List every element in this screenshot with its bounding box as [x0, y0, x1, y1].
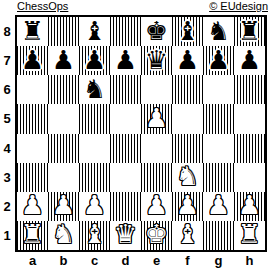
- white-pawn-f2: ♟: [176, 192, 199, 218]
- square-g1[interactable]: [203, 221, 234, 250]
- square-g6[interactable]: [203, 75, 234, 104]
- square-b1[interactable]: ♞: [48, 221, 79, 250]
- square-h1[interactable]: ♜: [234, 221, 265, 250]
- white-pawn-b2: ♟: [52, 192, 75, 218]
- square-f2[interactable]: ♟: [172, 192, 203, 221]
- rank-label-6: 6: [0, 75, 14, 104]
- square-c1[interactable]: ♝: [79, 221, 110, 250]
- square-d3[interactable]: [110, 163, 141, 192]
- square-a4[interactable]: [17, 134, 48, 163]
- square-d2[interactable]: [110, 192, 141, 221]
- rank-label-2: 2: [0, 192, 14, 221]
- square-b3[interactable]: [48, 163, 79, 192]
- file-label-c: c: [79, 252, 110, 269]
- white-bishop-c1: ♝: [83, 221, 106, 247]
- square-a3[interactable]: [17, 163, 48, 192]
- square-b6[interactable]: [48, 75, 79, 104]
- square-d5[interactable]: [110, 104, 141, 133]
- square-h7[interactable]: ♟: [234, 46, 265, 75]
- square-b5[interactable]: [48, 104, 79, 133]
- square-c3[interactable]: [79, 163, 110, 192]
- credit-label: © EUdesign: [209, 0, 268, 13]
- file-label-g: g: [203, 252, 234, 269]
- file-labels: abcdefgh: [17, 252, 265, 269]
- rank-label-3: 3: [0, 163, 14, 192]
- black-knight-c6: ♞: [83, 76, 106, 102]
- square-f7[interactable]: ♟: [172, 46, 203, 75]
- square-g5[interactable]: [203, 104, 234, 133]
- white-pawn-e5: ♟: [145, 105, 168, 131]
- white-knight-f3: ♞: [176, 163, 199, 189]
- square-g8[interactable]: ♞: [203, 17, 234, 46]
- square-e3[interactable]: [141, 163, 172, 192]
- chess-board: ♜♝♚♝♞♜♟♟♟♟♛♟♟♟♞♟♞♟♟♟♟♟♟♟♜♞♝♛♚♝♜: [15, 15, 267, 252]
- square-f5[interactable]: [172, 104, 203, 133]
- square-h3[interactable]: [234, 163, 265, 192]
- square-a1[interactable]: ♜: [17, 221, 48, 250]
- black-king-e8: ♚: [145, 18, 168, 44]
- square-a5[interactable]: [17, 104, 48, 133]
- black-pawn-c7: ♟: [83, 47, 106, 73]
- square-h6[interactable]: [234, 75, 265, 104]
- square-d8[interactable]: [110, 17, 141, 46]
- square-b7[interactable]: ♟: [48, 46, 79, 75]
- file-label-d: d: [110, 252, 141, 269]
- square-e4[interactable]: [141, 134, 172, 163]
- square-d6[interactable]: [110, 75, 141, 104]
- square-h4[interactable]: [234, 134, 265, 163]
- black-knight-g8: ♞: [207, 18, 230, 44]
- file-label-b: b: [48, 252, 79, 269]
- square-c5[interactable]: [79, 104, 110, 133]
- black-pawn-d7: ♟: [114, 47, 137, 73]
- white-pawn-c2: ♟: [83, 192, 106, 218]
- white-knight-b1: ♞: [52, 221, 75, 247]
- square-d1[interactable]: ♛: [110, 221, 141, 250]
- square-a8[interactable]: ♜: [17, 17, 48, 46]
- square-a6[interactable]: [17, 75, 48, 104]
- black-queen-e7: ♛: [145, 47, 168, 73]
- square-d4[interactable]: [110, 134, 141, 163]
- black-rook-h8: ♜: [238, 18, 261, 44]
- square-c6[interactable]: ♞: [79, 75, 110, 104]
- white-pawn-h2: ♟: [238, 192, 261, 218]
- black-pawn-g7: ♟: [207, 47, 230, 73]
- square-d7[interactable]: ♟: [110, 46, 141, 75]
- square-f1[interactable]: ♝: [172, 221, 203, 250]
- square-g3[interactable]: [203, 163, 234, 192]
- square-c4[interactable]: [79, 134, 110, 163]
- file-label-h: h: [234, 252, 265, 269]
- black-bishop-c8: ♝: [83, 18, 106, 44]
- square-a7[interactable]: ♟: [17, 46, 48, 75]
- black-bishop-f8: ♝: [176, 18, 199, 44]
- square-e6[interactable]: [141, 75, 172, 104]
- rank-label-7: 7: [0, 46, 14, 75]
- file-label-a: a: [17, 252, 48, 269]
- square-h8[interactable]: ♜: [234, 17, 265, 46]
- black-pawn-a7: ♟: [21, 47, 44, 73]
- square-f8[interactable]: ♝: [172, 17, 203, 46]
- white-pawn-a2: ♟: [21, 192, 44, 218]
- square-g4[interactable]: [203, 134, 234, 163]
- square-e8[interactable]: ♚: [141, 17, 172, 46]
- black-pawn-f7: ♟: [176, 47, 199, 73]
- square-e2[interactable]: ♟: [141, 192, 172, 221]
- app-title: ChessOps: [17, 0, 68, 13]
- square-h2[interactable]: ♟: [234, 192, 265, 221]
- square-f6[interactable]: [172, 75, 203, 104]
- rank-labels: 87654321: [0, 17, 14, 250]
- black-pawn-b7: ♟: [52, 47, 75, 73]
- square-e5[interactable]: ♟: [141, 104, 172, 133]
- square-c2[interactable]: ♟: [79, 192, 110, 221]
- rank-label-4: 4: [0, 134, 14, 163]
- black-rook-a8: ♜: [21, 18, 44, 44]
- rank-label-1: 1: [0, 221, 14, 250]
- black-pawn-h7: ♟: [238, 47, 261, 73]
- square-e1[interactable]: ♚: [141, 221, 172, 250]
- white-bishop-f1: ♝: [176, 221, 199, 247]
- white-rook-h1: ♜: [238, 221, 261, 247]
- square-b2[interactable]: ♟: [48, 192, 79, 221]
- square-f4[interactable]: [172, 134, 203, 163]
- square-f3[interactable]: ♞: [172, 163, 203, 192]
- white-pawn-g2: ♟: [207, 192, 230, 218]
- square-b8[interactable]: [48, 17, 79, 46]
- white-rook-a1: ♜: [21, 221, 44, 247]
- white-queen-d1: ♛: [114, 221, 137, 247]
- square-c8[interactable]: ♝: [79, 17, 110, 46]
- rank-label-5: 5: [0, 104, 14, 133]
- square-g2[interactable]: ♟: [203, 192, 234, 221]
- white-pawn-e2: ♟: [145, 192, 168, 218]
- square-e7[interactable]: ♛: [141, 46, 172, 75]
- square-a2[interactable]: ♟: [17, 192, 48, 221]
- chessops-diagram: ChessOps © EUdesign 87654321 ♜♝♚♝♞♜♟♟♟♟♛…: [0, 0, 270, 270]
- square-h5[interactable]: [234, 104, 265, 133]
- square-g7[interactable]: ♟: [203, 46, 234, 75]
- white-king-e1: ♚: [145, 221, 168, 247]
- square-b4[interactable]: [48, 134, 79, 163]
- file-label-e: e: [141, 252, 172, 269]
- rank-label-8: 8: [0, 17, 14, 46]
- square-c7[interactable]: ♟: [79, 46, 110, 75]
- file-label-f: f: [172, 252, 203, 269]
